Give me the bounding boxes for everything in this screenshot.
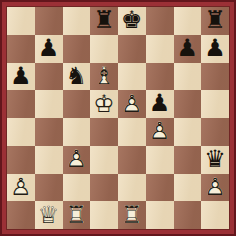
black-rook-d8[interactable]: ♜: [90, 7, 118, 35]
square-e4[interactable]: [118, 118, 146, 146]
square-d6[interactable]: ♝♗: [90, 63, 118, 91]
white-piece-outline: ♖: [118, 201, 146, 229]
square-d5[interactable]: ♚♔: [90, 90, 118, 118]
white-piece-outline: ♙: [7, 174, 35, 202]
black-pawn-b7[interactable]: ♟: [35, 35, 63, 63]
square-a1[interactable]: [7, 201, 35, 229]
white-pawn-a2[interactable]: ♟♙: [7, 174, 35, 202]
white-piece-outline: ♗: [90, 63, 118, 91]
square-h3[interactable]: ♛: [201, 146, 229, 174]
square-h6[interactable]: [201, 63, 229, 91]
square-f1[interactable]: [146, 201, 174, 229]
square-f8[interactable]: [146, 7, 174, 35]
white-pawn-e5[interactable]: ♟♙: [118, 90, 146, 118]
square-g6[interactable]: [174, 63, 202, 91]
black-pawn-f5[interactable]: ♟: [146, 90, 174, 118]
white-rook-e1[interactable]: ♜♖: [118, 201, 146, 229]
white-piece-outline: ♙: [146, 118, 174, 146]
square-g4[interactable]: [174, 118, 202, 146]
white-piece-outline: ♕: [35, 201, 63, 229]
square-h8[interactable]: ♜: [201, 7, 229, 35]
white-piece-outline: ♙: [118, 90, 146, 118]
white-king-d5[interactable]: ♚♔: [90, 90, 118, 118]
black-king-e8[interactable]: ♚: [118, 7, 146, 35]
square-d4[interactable]: [90, 118, 118, 146]
square-d2[interactable]: [90, 174, 118, 202]
square-f5[interactable]: ♟: [146, 90, 174, 118]
square-a3[interactable]: [7, 146, 35, 174]
square-a2[interactable]: ♟♙: [7, 174, 35, 202]
square-c5[interactable]: [63, 90, 91, 118]
square-g7[interactable]: ♟: [174, 35, 202, 63]
square-e6[interactable]: [118, 63, 146, 91]
square-e5[interactable]: ♟♙: [118, 90, 146, 118]
white-piece-outline: ♙: [63, 146, 91, 174]
white-rook-c1[interactable]: ♜♖: [63, 201, 91, 229]
white-pawn-f4[interactable]: ♟♙: [146, 118, 174, 146]
square-c7[interactable]: [63, 35, 91, 63]
black-pawn-a6[interactable]: ♟: [7, 63, 35, 91]
black-pawn-h7[interactable]: ♟: [201, 35, 229, 63]
square-h4[interactable]: [201, 118, 229, 146]
square-e1[interactable]: ♜♖: [118, 201, 146, 229]
square-c4[interactable]: [63, 118, 91, 146]
square-c1[interactable]: ♜♖: [63, 201, 91, 229]
white-piece-outline: ♙: [201, 174, 229, 202]
white-queen-b1[interactable]: ♛♕: [35, 201, 63, 229]
square-f3[interactable]: [146, 146, 174, 174]
square-h1[interactable]: [201, 201, 229, 229]
square-e2[interactable]: [118, 174, 146, 202]
square-b1[interactable]: ♛♕: [35, 201, 63, 229]
square-f7[interactable]: [146, 35, 174, 63]
square-f4[interactable]: ♟♙: [146, 118, 174, 146]
square-a8[interactable]: [7, 7, 35, 35]
white-piece-outline: ♔: [90, 90, 118, 118]
black-knight-c6[interactable]: ♞: [63, 63, 91, 91]
square-b6[interactable]: [35, 63, 63, 91]
square-b3[interactable]: [35, 146, 63, 174]
square-c6[interactable]: ♞: [63, 63, 91, 91]
square-h7[interactable]: ♟: [201, 35, 229, 63]
square-g2[interactable]: [174, 174, 202, 202]
square-d7[interactable]: [90, 35, 118, 63]
square-e8[interactable]: ♚: [118, 7, 146, 35]
black-rook-h8[interactable]: ♜: [201, 7, 229, 35]
square-f6[interactable]: [146, 63, 174, 91]
square-g3[interactable]: [174, 146, 202, 174]
square-d1[interactable]: [90, 201, 118, 229]
square-c8[interactable]: [63, 7, 91, 35]
white-pawn-h2[interactable]: ♟♙: [201, 174, 229, 202]
square-b8[interactable]: [35, 7, 63, 35]
square-c3[interactable]: ♟♙: [63, 146, 91, 174]
square-a5[interactable]: [7, 90, 35, 118]
square-a6[interactable]: ♟: [7, 63, 35, 91]
square-h5[interactable]: [201, 90, 229, 118]
square-d8[interactable]: ♜: [90, 7, 118, 35]
chess-board: ♜♚♜♟♟♟♟♞♝♗♚♔♟♙♟♟♙♟♙♛♟♙♟♙♛♕♜♖♜♖: [7, 7, 229, 229]
black-pawn-g7[interactable]: ♟: [174, 35, 202, 63]
square-a4[interactable]: [7, 118, 35, 146]
chess-board-frame: ♜♚♜♟♟♟♟♞♝♗♚♔♟♙♟♟♙♟♙♛♟♙♟♙♛♕♜♖♜♖: [0, 0, 236, 236]
black-queen-h3[interactable]: ♛: [201, 146, 229, 174]
white-bishop-d6[interactable]: ♝♗: [90, 63, 118, 91]
square-b5[interactable]: [35, 90, 63, 118]
square-b4[interactable]: [35, 118, 63, 146]
square-e3[interactable]: [118, 146, 146, 174]
square-b2[interactable]: [35, 174, 63, 202]
square-f2[interactable]: [146, 174, 174, 202]
square-g5[interactable]: [174, 90, 202, 118]
white-piece-outline: ♖: [63, 201, 91, 229]
square-d3[interactable]: [90, 146, 118, 174]
square-g1[interactable]: [174, 201, 202, 229]
square-c2[interactable]: [63, 174, 91, 202]
square-h2[interactable]: ♟♙: [201, 174, 229, 202]
square-e7[interactable]: [118, 35, 146, 63]
white-pawn-c3[interactable]: ♟♙: [63, 146, 91, 174]
square-a7[interactable]: [7, 35, 35, 63]
square-b7[interactable]: ♟: [35, 35, 63, 63]
square-g8[interactable]: [174, 7, 202, 35]
